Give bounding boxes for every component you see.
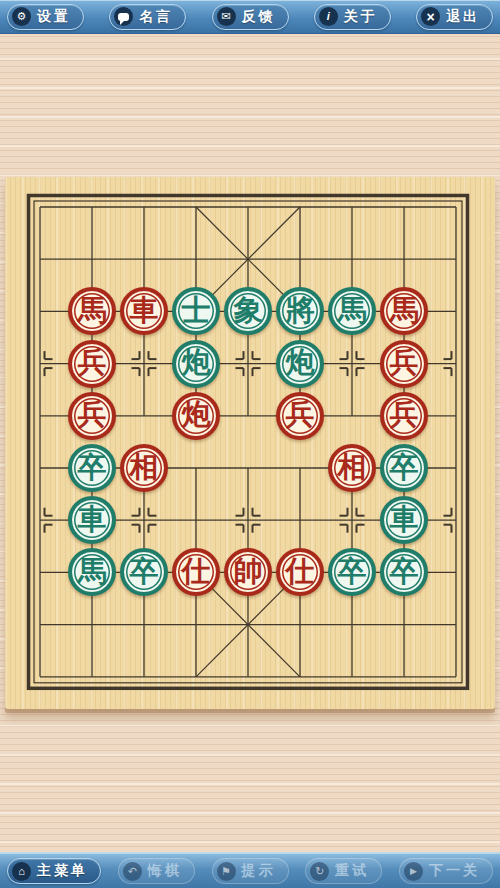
exit-button-label: 退出 — [446, 8, 480, 26]
quotes-button[interactable]: 名言 — [109, 4, 186, 30]
envelope-icon: ✉ — [217, 7, 236, 26]
feedback-button[interactable]: ✉反馈 — [212, 4, 289, 30]
xiangqi-piece[interactable]: 車 — [68, 496, 116, 544]
xiangqi-piece[interactable]: 車 — [380, 496, 428, 544]
piece-character: 車 — [390, 505, 419, 534]
retry-button-label: 重试 — [335, 862, 369, 880]
piece-character: 馬 — [390, 296, 419, 325]
about-button[interactable]: i关于 — [314, 4, 391, 30]
piece-character: 帥 — [234, 557, 263, 586]
piece-character: 馬 — [338, 296, 367, 325]
piece-character: 兵 — [78, 400, 107, 429]
piece-character: 卒 — [390, 557, 419, 586]
undo-button-label: 悔棋 — [148, 862, 182, 880]
about-button-label: 关于 — [344, 8, 378, 26]
next-level-button[interactable]: ▶下一关 — [399, 858, 493, 884]
xiangqi-piece[interactable]: 炮 — [172, 340, 220, 388]
retry-button[interactable]: ↻重试 — [305, 858, 382, 884]
piece-character: 車 — [130, 296, 159, 325]
xiangqi-piece[interactable]: 兵 — [380, 392, 428, 440]
piece-character: 仕 — [286, 557, 315, 586]
gear-icon: ⚙ — [12, 7, 31, 26]
quotes-button-label: 名言 — [139, 8, 173, 26]
xiangqi-piece[interactable]: 兵 — [68, 392, 116, 440]
piece-character: 馬 — [78, 296, 107, 325]
piece-character: 兵 — [390, 400, 419, 429]
piece-character: 炮 — [182, 348, 211, 377]
piece-character: 馬 — [78, 557, 107, 586]
home-icon: ⌂ — [12, 862, 31, 881]
piece-character: 士 — [182, 296, 211, 325]
xiangqi-piece[interactable]: 卒 — [68, 444, 116, 492]
top-toolbar: ⚙设置名言✉反馈i关于×退出 — [0, 0, 500, 34]
close-icon: × — [421, 7, 440, 26]
bottom-toolbar: ⌂主菜单↶悔棋⚑提示↻重试▶下一关 — [0, 852, 500, 888]
hint-icon: ⚑ — [217, 862, 236, 881]
piece-character: 兵 — [390, 348, 419, 377]
piece-character: 仕 — [182, 557, 211, 586]
undo-icon: ↶ — [123, 862, 142, 881]
xiangqi-piece[interactable]: 卒 — [380, 444, 428, 492]
piece-character: 兵 — [78, 348, 107, 377]
piece-character: 卒 — [390, 453, 419, 482]
piece-character: 將 — [286, 296, 315, 325]
next-level-button-label: 下一关 — [429, 862, 480, 880]
hint-button[interactable]: ⚑提示 — [212, 858, 289, 884]
info-icon: i — [319, 7, 338, 26]
retry-icon: ↻ — [310, 862, 329, 881]
main-menu-button-label: 主菜单 — [37, 862, 88, 880]
xiangqi-piece[interactable]: 炮 — [276, 340, 324, 388]
piece-character: 象 — [234, 296, 263, 325]
xiangqi-piece[interactable]: 兵 — [380, 340, 428, 388]
settings-button[interactable]: ⚙设置 — [7, 4, 84, 30]
xiangqi-board[interactable]: 馬車士象將馬馬兵炮炮兵兵炮兵兵卒相相卒車車馬卒仕帥仕卒卒 — [5, 177, 495, 709]
piece-character: 車 — [78, 505, 107, 534]
piece-character: 相 — [338, 453, 367, 482]
next-icon: ▶ — [404, 862, 423, 881]
feedback-button-label: 反馈 — [242, 8, 276, 26]
piece-character: 炮 — [182, 400, 211, 429]
main-menu-button[interactable]: ⌂主菜单 — [7, 858, 101, 884]
undo-button[interactable]: ↶悔棋 — [118, 858, 195, 884]
xiangqi-piece[interactable]: 兵 — [276, 392, 324, 440]
xiangqi-piece[interactable]: 炮 — [172, 392, 220, 440]
piece-character: 炮 — [286, 348, 315, 377]
chat-bubble-icon — [114, 7, 133, 26]
xiangqi-piece[interactable]: 相 — [120, 444, 168, 492]
hint-button-label: 提示 — [242, 862, 276, 880]
exit-button[interactable]: ×退出 — [416, 4, 493, 30]
piece-character: 卒 — [130, 557, 159, 586]
piece-character: 卒 — [78, 453, 107, 482]
piece-character: 兵 — [286, 400, 315, 429]
xiangqi-piece[interactable]: 相 — [328, 444, 376, 492]
piece-character: 相 — [130, 453, 159, 482]
settings-button-label: 设置 — [37, 8, 71, 26]
piece-character: 卒 — [338, 557, 367, 586]
board-grid — [5, 177, 495, 709]
xiangqi-piece[interactable]: 兵 — [68, 340, 116, 388]
